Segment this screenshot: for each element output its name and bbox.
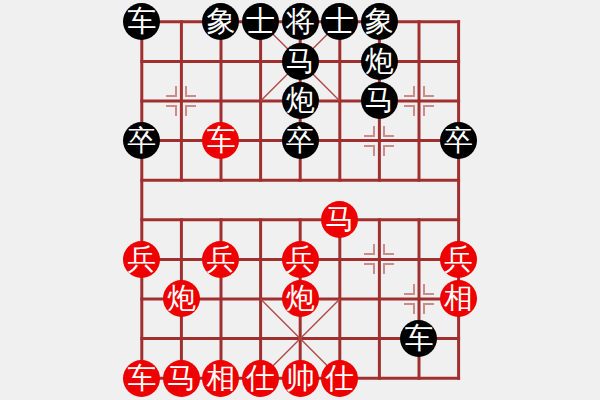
piece-black-horse[interactable]: 马 — [361, 82, 398, 119]
piece-black-cannon[interactable]: 炮 — [282, 82, 319, 119]
marker-corner — [423, 284, 434, 295]
piece-black-chariot[interactable]: 车 — [123, 3, 160, 40]
piece-black-general[interactable]: 将 — [282, 3, 319, 40]
piece-red-pawn[interactable]: 兵 — [123, 241, 160, 278]
marker-corner — [423, 105, 434, 116]
piece-red-advisor[interactable]: 仕 — [321, 360, 358, 397]
xiangqi-board-screenshot: 车象士将士象马炮炮马卒卒卒车车马兵兵兵兵炮炮相车马相仕帅仕 — [0, 0, 600, 400]
marker-corner — [364, 244, 375, 255]
marker-corner — [364, 145, 375, 156]
piece-red-chariot[interactable]: 车 — [202, 122, 239, 159]
xiangqi-board: 车象士将士象马炮炮马卒卒卒车车马兵兵兵兵炮炮相车马相仕帅仕 — [122, 2, 478, 398]
piece-red-pawn[interactable]: 兵 — [202, 241, 239, 278]
point-marker — [166, 86, 196, 116]
marker-corner — [383, 145, 394, 156]
piece-black-elephant[interactable]: 象 — [202, 3, 239, 40]
piece-black-advisor[interactable]: 士 — [242, 3, 279, 40]
piece-black-pawn[interactable]: 卒 — [123, 122, 160, 159]
marker-corner — [364, 126, 375, 137]
piece-black-elephant[interactable]: 象 — [361, 3, 398, 40]
piece-red-advisor[interactable]: 仕 — [242, 360, 279, 397]
marker-corner — [364, 263, 375, 274]
marker-corner — [404, 284, 415, 295]
piece-red-chariot[interactable]: 车 — [123, 360, 160, 397]
piece-red-elephant[interactable]: 相 — [202, 360, 239, 397]
marker-corner — [404, 303, 415, 314]
board-intersections[interactable]: 车象士将士象马炮炮马卒卒卒车车马兵兵兵兵炮炮相车马相仕帅仕 — [122, 2, 478, 398]
marker-corner — [383, 126, 394, 137]
marker-corner — [383, 244, 394, 255]
marker-corner — [185, 86, 196, 97]
marker-corner — [423, 86, 434, 97]
piece-red-horse[interactable]: 马 — [321, 201, 358, 238]
point-marker — [404, 86, 434, 116]
marker-corner — [404, 105, 415, 116]
piece-red-horse[interactable]: 马 — [163, 360, 200, 397]
piece-red-general[interactable]: 帅 — [282, 360, 319, 397]
marker-corner — [166, 86, 177, 97]
point-marker — [404, 284, 434, 314]
piece-red-cannon[interactable]: 炮 — [282, 280, 319, 317]
piece-black-cannon[interactable]: 炮 — [361, 43, 398, 80]
marker-corner — [423, 303, 434, 314]
piece-black-pawn[interactable]: 卒 — [440, 122, 477, 159]
piece-red-pawn[interactable]: 兵 — [282, 241, 319, 278]
piece-red-cannon[interactable]: 炮 — [163, 280, 200, 317]
marker-corner — [185, 105, 196, 116]
marker-corner — [166, 105, 177, 116]
piece-black-chariot[interactable]: 车 — [400, 320, 437, 357]
point-marker — [364, 126, 394, 156]
marker-corner — [383, 263, 394, 274]
piece-red-elephant[interactable]: 相 — [440, 280, 477, 317]
piece-red-pawn[interactable]: 兵 — [440, 241, 477, 278]
marker-corner — [404, 86, 415, 97]
piece-black-advisor[interactable]: 士 — [321, 3, 358, 40]
piece-black-pawn[interactable]: 卒 — [282, 122, 319, 159]
point-marker — [364, 244, 394, 274]
piece-black-horse[interactable]: 马 — [282, 43, 319, 80]
